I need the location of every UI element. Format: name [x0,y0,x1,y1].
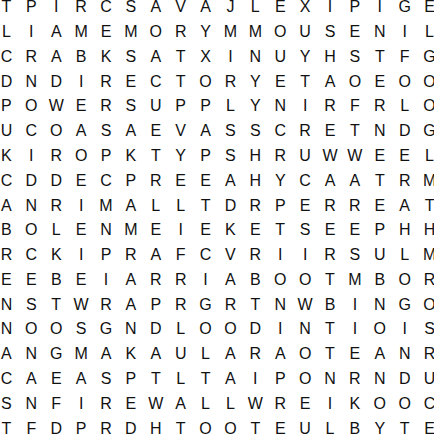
grid-cell[interactable]: P [118,367,143,392]
grid-cell[interactable]: S [218,144,243,169]
grid-cell[interactable]: K [94,45,119,70]
grid-cell[interactable]: T [193,193,218,218]
grid-cell[interactable]: U [367,243,392,268]
grid-cell[interactable]: A [392,193,417,218]
grid-cell[interactable]: A [19,367,44,392]
grid-cell[interactable]: R [44,144,69,169]
grid-cell[interactable]: N [243,45,268,70]
grid-cell[interactable]: A [367,342,392,367]
grid-cell[interactable]: R [94,416,119,436]
grid-cell[interactable]: I [392,317,417,342]
grid-cell[interactable]: O [193,416,218,436]
grid-cell[interactable]: I [69,69,94,94]
grid-cell[interactable]: R [168,268,193,293]
grid-cell[interactable]: C [143,69,168,94]
grid-cell[interactable]: O [44,119,69,144]
grid-cell[interactable]: P [143,292,168,317]
grid-cell[interactable]: U [0,119,19,144]
grid-cell[interactable]: N [94,218,119,243]
grid-cell[interactable]: R [19,45,44,70]
grid-cell[interactable]: L [218,391,243,416]
grid-cell[interactable]: N [367,367,392,392]
grid-cell[interactable]: N [0,317,19,342]
grid-cell[interactable]: K [0,144,19,169]
grid-cell[interactable]: T [367,45,392,70]
grid-cell[interactable]: T [243,416,268,436]
grid-cell[interactable]: P [94,144,119,169]
grid-cell[interactable]: C [0,367,19,392]
grid-cell[interactable]: E [293,193,318,218]
grid-cell[interactable]: R [318,243,343,268]
grid-cell[interactable]: S [293,218,318,243]
grid-cell[interactable]: E [168,168,193,193]
grid-cell[interactable]: A [218,367,243,392]
grid-cell[interactable]: A [0,342,19,367]
grid-cell[interactable]: L [0,20,19,45]
grid-cell[interactable]: A [318,69,343,94]
grid-cell[interactable]: A [193,0,218,20]
grid-cell[interactable]: T [392,416,417,436]
grid-cell[interactable]: A [218,342,243,367]
grid-cell[interactable]: E [367,69,392,94]
grid-cell[interactable]: O [143,20,168,45]
grid-cell[interactable]: N [19,342,44,367]
grid-cell[interactable]: A [0,193,19,218]
grid-cell[interactable]: D [243,317,268,342]
grid-cell[interactable]: A [268,342,293,367]
grid-cell[interactable]: B [318,292,343,317]
grid-cell[interactable]: R [318,193,343,218]
grid-cell[interactable]: R [417,342,434,367]
grid-cell[interactable]: H [318,45,343,70]
grid-cell[interactable]: R [392,168,417,193]
grid-cell[interactable]: T [168,45,193,70]
grid-cell[interactable]: A [342,168,367,193]
grid-cell[interactable]: N [392,342,417,367]
grid-cell[interactable]: E [143,218,168,243]
grid-cell[interactable]: P [193,144,218,169]
grid-cell[interactable]: A [118,268,143,293]
grid-cell[interactable]: N [318,367,343,392]
grid-cell[interactable]: D [0,69,19,94]
grid-cell[interactable]: E [0,268,19,293]
grid-cell[interactable]: G [392,0,417,20]
grid-cell[interactable]: O [417,69,434,94]
grid-cell[interactable]: H [417,218,434,243]
grid-cell[interactable]: O [392,268,417,293]
grid-cell[interactable]: W [293,292,318,317]
grid-cell[interactable]: M [118,218,143,243]
grid-cell[interactable]: K [118,144,143,169]
grid-cell[interactable]: I [69,391,94,416]
grid-cell[interactable]: A [143,45,168,70]
grid-cell[interactable]: C [268,119,293,144]
grid-cell[interactable]: K [218,218,243,243]
grid-cell[interactable]: E [417,0,434,20]
grid-cell[interactable]: E [118,391,143,416]
grid-cell[interactable]: I [44,0,69,20]
grid-cell[interactable]: S [318,20,343,45]
grid-cell[interactable]: A [143,342,168,367]
grid-cell[interactable]: C [19,243,44,268]
grid-cell[interactable]: R [243,243,268,268]
grid-cell[interactable]: E [44,367,69,392]
grid-cell[interactable]: R [417,268,434,293]
grid-cell[interactable]: S [69,317,94,342]
grid-cell[interactable]: S [94,367,119,392]
grid-cell[interactable]: R [44,193,69,218]
grid-cell[interactable]: T [44,292,69,317]
grid-cell[interactable]: R [268,391,293,416]
grid-cell[interactable]: S [218,119,243,144]
grid-cell[interactable]: E [342,342,367,367]
grid-cell[interactable]: X [293,0,318,20]
grid-cell[interactable]: J [218,0,243,20]
grid-cell[interactable]: L [168,317,193,342]
grid-cell[interactable]: B [44,268,69,293]
grid-cell[interactable]: N [268,94,293,119]
grid-cell[interactable]: R [342,367,367,392]
grid-cell[interactable]: E [318,119,343,144]
grid-cell[interactable]: O [392,69,417,94]
grid-cell[interactable]: I [218,45,243,70]
grid-cell[interactable]: C [94,168,119,193]
grid-cell[interactable]: Y [293,45,318,70]
grid-cell[interactable]: D [118,416,143,436]
grid-cell[interactable]: U [293,416,318,436]
grid-cell[interactable]: O [367,391,392,416]
grid-cell[interactable]: S [118,94,143,119]
grid-cell[interactable]: N [367,20,392,45]
grid-cell[interactable]: T [143,367,168,392]
grid-cell[interactable]: O [268,20,293,45]
grid-cell[interactable]: T [168,69,193,94]
grid-cell[interactable]: D [44,69,69,94]
grid-cell[interactable]: S [0,391,19,416]
grid-cell[interactable]: E [118,69,143,94]
grid-cell[interactable]: T [342,119,367,144]
grid-cell[interactable]: C [19,119,44,144]
grid-cell[interactable]: B [342,416,367,436]
grid-cell[interactable]: R [318,94,343,119]
grid-cell[interactable]: K [44,243,69,268]
grid-cell[interactable]: N [19,69,44,94]
grid-cell[interactable]: D [44,416,69,436]
grid-cell[interactable]: P [342,0,367,20]
grid-cell[interactable]: A [94,342,119,367]
grid-cell[interactable]: I [293,94,318,119]
grid-cell[interactable]: N [19,391,44,416]
grid-cell[interactable]: E [193,218,218,243]
grid-cell[interactable]: D [218,193,243,218]
grid-cell[interactable]: I [342,292,367,317]
grid-cell[interactable]: U [168,342,193,367]
grid-cell[interactable]: G [392,292,417,317]
grid-cell[interactable]: R [342,193,367,218]
grid-cell[interactable]: N [367,119,392,144]
grid-cell[interactable]: W [44,94,69,119]
grid-cell[interactable]: F [19,416,44,436]
grid-cell[interactable]: R [218,292,243,317]
grid-cell[interactable]: G [94,317,119,342]
grid-cell[interactable]: A [143,0,168,20]
grid-cell[interactable]: N [19,193,44,218]
grid-cell[interactable]: E [342,20,367,45]
grid-cell[interactable]: T [417,193,434,218]
grid-cell[interactable]: A [118,119,143,144]
grid-cell[interactable]: A [44,20,69,45]
grid-cell[interactable]: I [168,218,193,243]
grid-cell[interactable]: L [392,94,417,119]
grid-cell[interactable]: P [19,0,44,20]
grid-cell[interactable]: T [318,268,343,293]
grid-cell[interactable]: A [168,391,193,416]
grid-cell[interactable]: S [94,119,119,144]
grid-cell[interactable]: T [243,292,268,317]
grid-cell[interactable]: R [293,119,318,144]
grid-cell[interactable]: E [268,69,293,94]
grid-cell[interactable]: U [143,94,168,119]
grid-cell[interactable]: I [243,367,268,392]
grid-cell[interactable]: O [417,94,434,119]
grid-cell[interactable]: E [318,218,343,243]
grid-cell[interactable]: B [367,268,392,293]
grid-cell[interactable]: M [118,20,143,45]
grid-cell[interactable]: Y [243,69,268,94]
grid-cell[interactable]: R [94,94,119,119]
grid-cell[interactable]: O [44,317,69,342]
grid-cell[interactable]: E [193,168,218,193]
grid-cell[interactable]: M [69,342,94,367]
grid-cell[interactable]: I [268,317,293,342]
grid-cell[interactable]: E [19,268,44,293]
grid-cell[interactable]: P [69,416,94,436]
grid-cell[interactable]: I [367,0,392,20]
grid-cell[interactable]: S [118,45,143,70]
grid-cell[interactable]: E [417,416,434,436]
grid-cell[interactable]: R [94,391,119,416]
grid-cell[interactable]: E [94,20,119,45]
grid-cell[interactable]: I [193,268,218,293]
grid-cell[interactable]: E [69,268,94,293]
grid-cell[interactable]: C [193,243,218,268]
grid-cell[interactable]: C [293,168,318,193]
grid-cell[interactable]: U [293,144,318,169]
grid-cell[interactable]: A [318,168,343,193]
grid-cell[interactable]: E [243,218,268,243]
grid-cell[interactable]: A [69,119,94,144]
grid-cell[interactable]: M [342,268,367,293]
grid-cell[interactable]: Y [243,94,268,119]
grid-cell[interactable]: A [69,367,94,392]
grid-cell[interactable]: O [19,317,44,342]
grid-cell[interactable]: G [417,45,434,70]
grid-cell[interactable]: V [168,119,193,144]
grid-cell[interactable]: F [168,243,193,268]
grid-cell[interactable]: O [268,268,293,293]
grid-cell[interactable]: T [268,218,293,243]
grid-cell[interactable]: I [293,243,318,268]
grid-cell[interactable]: O [293,268,318,293]
grid-cell[interactable]: R [268,144,293,169]
grid-cell[interactable]: Y [193,20,218,45]
grid-cell[interactable]: E [392,144,417,169]
grid-cell[interactable]: V [168,0,193,20]
grid-cell[interactable]: L [168,367,193,392]
grid-cell[interactable]: O [293,367,318,392]
grid-cell[interactable]: R [94,69,119,94]
grid-cell[interactable]: R [243,193,268,218]
grid-cell[interactable]: I [69,193,94,218]
grid-cell[interactable]: C [94,0,119,20]
grid-cell[interactable]: E [69,94,94,119]
grid-cell[interactable]: A [143,243,168,268]
grid-cell[interactable]: I [94,268,119,293]
grid-cell[interactable]: L [243,0,268,20]
grid-cell[interactable]: B [243,268,268,293]
grid-cell[interactable]: M [417,243,434,268]
grid-cell[interactable]: U [417,367,434,392]
grid-cell[interactable]: S [243,119,268,144]
grid-cell[interactable]: L [218,94,243,119]
grid-cell[interactable]: O [392,391,417,416]
grid-cell[interactable]: A [118,292,143,317]
grid-cell[interactable]: R [367,94,392,119]
grid-cell[interactable]: L [417,20,434,45]
grid-cell[interactable]: F [392,45,417,70]
grid-cell[interactable]: W [243,391,268,416]
grid-cell[interactable]: O [19,218,44,243]
grid-cell[interactable]: Y [367,416,392,436]
grid-cell[interactable]: D [392,367,417,392]
grid-cell[interactable]: C [0,168,19,193]
grid-cell[interactable]: E [342,218,367,243]
grid-cell[interactable]: N [268,292,293,317]
grid-cell[interactable]: U [268,45,293,70]
grid-cell[interactable]: R [143,168,168,193]
grid-cell[interactable]: W [342,144,367,169]
grid-cell[interactable]: O [342,69,367,94]
grid-cell[interactable]: I [318,391,343,416]
grid-cell[interactable]: N [367,292,392,317]
grid-cell[interactable]: V [218,243,243,268]
grid-cell[interactable]: O [417,292,434,317]
grid-cell[interactable]: O [193,69,218,94]
grid-cell[interactable]: O [218,317,243,342]
grid-cell[interactable]: M [417,168,434,193]
grid-cell[interactable]: N [293,317,318,342]
grid-cell[interactable]: P [268,193,293,218]
grid-cell[interactable]: Y [168,144,193,169]
grid-cell[interactable]: E [69,218,94,243]
grid-cell[interactable]: T [293,69,318,94]
grid-cell[interactable]: L [143,193,168,218]
grid-cell[interactable]: A [218,268,243,293]
grid-cell[interactable]: R [118,243,143,268]
grid-cell[interactable]: B [69,45,94,70]
grid-cell[interactable]: T [0,416,19,436]
grid-cell[interactable]: H [392,218,417,243]
grid-cell[interactable]: C [417,391,434,416]
grid-cell[interactable]: D [392,119,417,144]
grid-cell[interactable]: I [69,243,94,268]
grid-cell[interactable]: R [94,292,119,317]
grid-cell[interactable]: O [193,317,218,342]
grid-cell[interactable]: E [69,168,94,193]
grid-cell[interactable]: L [392,243,417,268]
grid-cell[interactable]: T [318,342,343,367]
grid-cell[interactable]: P [0,94,19,119]
grid-cell[interactable]: F [44,391,69,416]
grid-cell[interactable]: P [367,218,392,243]
grid-cell[interactable]: O [367,317,392,342]
grid-cell[interactable]: R [243,342,268,367]
grid-cell[interactable]: O [293,342,318,367]
grid-cell[interactable]: C [0,45,19,70]
grid-cell[interactable]: M [69,20,94,45]
grid-cell[interactable]: W [69,292,94,317]
grid-cell[interactable]: I [268,243,293,268]
grid-cell[interactable]: E [143,119,168,144]
grid-cell[interactable]: G [193,292,218,317]
grid-cell[interactable]: B [0,218,19,243]
grid-cell[interactable]: E [293,391,318,416]
grid-cell[interactable]: P [118,168,143,193]
grid-cell[interactable]: H [243,144,268,169]
grid-cell[interactable]: D [44,168,69,193]
grid-cell[interactable]: G [44,342,69,367]
grid-cell[interactable]: T [193,367,218,392]
grid-cell[interactable]: T [318,317,343,342]
grid-cell[interactable]: K [342,391,367,416]
grid-cell[interactable]: H [243,168,268,193]
grid-cell[interactable]: S [342,45,367,70]
grid-cell[interactable]: H [143,416,168,436]
grid-cell[interactable]: N [0,292,19,317]
grid-cell[interactable]: A [118,193,143,218]
grid-cell[interactable]: A [44,45,69,70]
grid-cell[interactable]: X [193,45,218,70]
grid-cell[interactable]: M [243,20,268,45]
grid-cell[interactable]: P [94,243,119,268]
grid-cell[interactable]: W [143,391,168,416]
grid-cell[interactable]: I [342,317,367,342]
grid-cell[interactable]: R [218,69,243,94]
grid-cell[interactable]: R [168,292,193,317]
grid-cell[interactable]: Y [268,168,293,193]
grid-cell[interactable]: F [342,94,367,119]
grid-cell[interactable]: L [44,218,69,243]
grid-cell[interactable]: O [69,144,94,169]
grid-cell[interactable]: K [118,342,143,367]
grid-cell[interactable]: I [392,20,417,45]
grid-cell[interactable]: L [318,416,343,436]
grid-cell[interactable]: L [193,391,218,416]
grid-cell[interactable]: L [417,144,434,169]
grid-cell[interactable]: L [168,193,193,218]
grid-cell[interactable]: G [417,119,434,144]
grid-cell[interactable]: L [193,342,218,367]
grid-cell[interactable]: S [19,292,44,317]
grid-cell[interactable]: A [193,119,218,144]
grid-cell[interactable]: P [268,367,293,392]
grid-cell[interactable]: U [293,20,318,45]
grid-cell[interactable]: N [118,317,143,342]
grid-cell[interactable]: T [367,168,392,193]
grid-cell[interactable]: I [19,144,44,169]
grid-cell[interactable]: O [218,416,243,436]
grid-cell[interactable]: T [143,144,168,169]
